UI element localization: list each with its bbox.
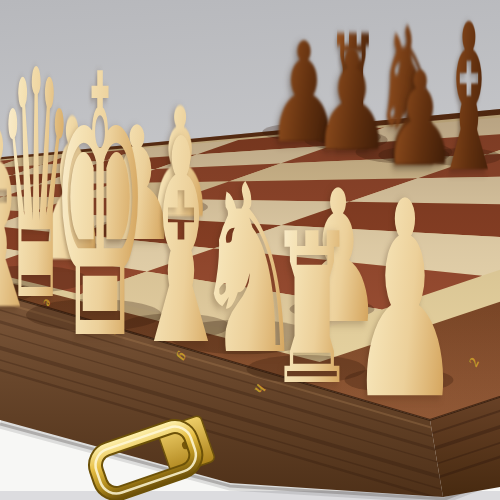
white-bishop-edge-piece: ♝ (0, 98, 44, 344)
pieces-layer: ♟♜♟♞♟♝♟♟♟♛♝♟♚♝♞♜♟ (0, 0, 500, 500)
chess-set-photo: efgh12 ♟♜♟♞♟♝♟♟♟♛♝♟♚♝♞♜♟ (0, 0, 500, 500)
white-rook-piece: ♜ (268, 206, 356, 414)
white-pawn-front-piece: ♟ (348, 166, 462, 437)
